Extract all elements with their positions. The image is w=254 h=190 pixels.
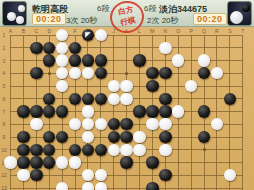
- stone-black[interactable]: [159, 169, 171, 181]
- stone-white[interactable]: [95, 182, 107, 190]
- stone-white[interactable]: [56, 67, 68, 79]
- stone-black[interactable]: [30, 42, 42, 54]
- stone-white[interactable]: [172, 105, 184, 117]
- stone-white[interactable]: [82, 105, 94, 117]
- stone-black[interactable]: [30, 144, 42, 156]
- black-player-timer: 00:20: [32, 13, 66, 25]
- stone-white[interactable]: [4, 156, 16, 168]
- stone-white[interactable]: [82, 131, 94, 143]
- avatar-stone-graphic: [18, 5, 25, 12]
- stone-black[interactable]: [17, 156, 29, 168]
- column-coordinate-label: Q: [199, 28, 209, 34]
- stone-white[interactable]: [95, 29, 107, 41]
- row-coordinate-label: 5: [0, 83, 8, 89]
- last-move-marker: [85, 32, 91, 38]
- stone-black[interactable]: [146, 156, 158, 168]
- row-coordinate-label: 1: [0, 32, 8, 38]
- stone-black[interactable]: [17, 105, 29, 117]
- avatar-stone-graphic: [230, 11, 243, 24]
- white-player-timer: 00:20: [193, 13, 227, 25]
- stone-black[interactable]: [43, 144, 55, 156]
- row-coordinate-label: 4: [0, 70, 8, 76]
- stone-white[interactable]: [198, 54, 210, 66]
- star-point: [203, 148, 206, 151]
- stone-black[interactable]: [146, 182, 158, 190]
- row-coordinate-label: 10: [0, 147, 8, 153]
- row-coordinate-label: 7: [0, 109, 8, 115]
- row-coordinate-label: 9: [0, 134, 8, 140]
- stone-white[interactable]: [95, 118, 107, 130]
- stone-black[interactable]: [146, 80, 158, 92]
- row-coordinate-label: 12: [0, 172, 8, 178]
- stone-white[interactable]: [17, 169, 29, 181]
- stone-white[interactable]: [56, 80, 68, 92]
- column-coordinate-label: O: [173, 28, 183, 34]
- grid-line-vertical: [229, 35, 230, 190]
- white-player-avatar[interactable]: [227, 1, 252, 26]
- stone-white[interactable]: [82, 182, 94, 190]
- grid-line-vertical: [113, 35, 114, 190]
- row-coordinate-label: 3: [0, 58, 8, 64]
- stone-white[interactable]: [159, 118, 171, 130]
- grid-line-vertical: [216, 35, 217, 190]
- stone-black[interactable]: [133, 54, 145, 66]
- column-coordinate-label: P: [186, 28, 196, 34]
- stone-black[interactable]: [43, 131, 55, 143]
- stone-black[interactable]: [56, 131, 68, 143]
- stone-black[interactable]: [30, 156, 42, 168]
- star-point: [125, 72, 128, 75]
- stone-black[interactable]: [159, 105, 171, 117]
- column-coordinate-label: M: [147, 28, 157, 34]
- stone-white[interactable]: [159, 42, 171, 54]
- avatar-stone-graphic: [7, 12, 16, 21]
- column-coordinate-label: N: [160, 28, 170, 34]
- grid-line-horizontal: [10, 175, 243, 176]
- stone-white[interactable]: [82, 67, 94, 79]
- column-coordinate-label: F: [70, 28, 80, 34]
- grid-line-horizontal: [10, 35, 243, 36]
- stone-black[interactable]: [69, 42, 81, 54]
- stone-white[interactable]: [224, 169, 236, 181]
- stone-black[interactable]: [43, 105, 55, 117]
- stone-black[interactable]: [120, 118, 132, 130]
- stone-black[interactable]: [30, 67, 42, 79]
- stone-black[interactable]: [17, 131, 29, 143]
- stone-black[interactable]: [69, 54, 81, 66]
- stone-black[interactable]: [95, 54, 107, 66]
- stone-black[interactable]: [159, 93, 171, 105]
- stone-black[interactable]: [69, 144, 81, 156]
- grid-line-vertical: [191, 35, 192, 190]
- column-coordinate-label: C: [31, 28, 41, 34]
- stone-black[interactable]: [43, 54, 55, 66]
- stone-white[interactable]: [95, 169, 107, 181]
- go-app-screen: 乾明高段 6段 00:20 3次 20秒 6段 淡泊344675 2次 20秒 …: [0, 0, 254, 190]
- stone-black[interactable]: [56, 105, 68, 117]
- stone-black[interactable]: [146, 105, 158, 117]
- stone-white[interactable]: [133, 144, 145, 156]
- stone-black[interactable]: [120, 156, 132, 168]
- stone-black[interactable]: [82, 144, 94, 156]
- stone-black[interactable]: [108, 131, 120, 143]
- stone-black[interactable]: [30, 105, 42, 117]
- column-coordinate-label: T: [238, 28, 248, 34]
- column-coordinate-label: B: [18, 28, 28, 34]
- stone-black[interactable]: [198, 105, 210, 117]
- white-player-rank: 6段: [144, 3, 156, 14]
- column-coordinate-label: R: [212, 28, 222, 34]
- row-coordinate-label: 2: [0, 45, 8, 51]
- stone-black[interactable]: [198, 67, 210, 79]
- stone-white[interactable]: [56, 54, 68, 66]
- stone-black[interactable]: [17, 144, 29, 156]
- star-point: [48, 72, 51, 75]
- stone-white[interactable]: [69, 156, 81, 168]
- goban[interactable]: ABCDEFGHJKLMNOPQRST12345678910111213: [0, 27, 254, 190]
- stone-black[interactable]: [95, 144, 107, 156]
- stone-white[interactable]: [69, 118, 81, 130]
- stone-black[interactable]: [43, 156, 55, 168]
- stone-white[interactable]: [211, 67, 223, 79]
- stone-black[interactable]: [108, 118, 120, 130]
- stone-black[interactable]: [82, 29, 94, 41]
- stone-black[interactable]: [146, 67, 158, 79]
- stone-white[interactable]: [211, 118, 223, 130]
- stone-white[interactable]: [159, 144, 171, 156]
- stone-black[interactable]: [43, 93, 55, 105]
- stone-white[interactable]: [30, 118, 42, 130]
- stone-white[interactable]: [69, 67, 81, 79]
- stone-white[interactable]: [108, 144, 120, 156]
- stone-black[interactable]: [82, 54, 94, 66]
- stone-black[interactable]: [30, 169, 42, 181]
- stone-white[interactable]: [120, 93, 132, 105]
- black-player-byoyomi: 3次 20秒: [66, 15, 98, 26]
- stone-black[interactable]: [133, 105, 145, 117]
- stone-white[interactable]: [108, 93, 120, 105]
- stone-black[interactable]: [69, 93, 81, 105]
- stone-black[interactable]: [224, 93, 236, 105]
- black-player-rank: 6段: [97, 3, 109, 14]
- stone-white[interactable]: [108, 80, 120, 92]
- stone-white[interactable]: [133, 131, 145, 143]
- stone-white[interactable]: [185, 80, 197, 92]
- row-coordinate-label: 6: [0, 96, 8, 102]
- stone-white[interactable]: [56, 29, 68, 41]
- avatar-stone-graphic: [242, 4, 250, 12]
- stone-black[interactable]: [95, 67, 107, 79]
- stone-white[interactable]: [120, 80, 132, 92]
- stone-black[interactable]: [159, 67, 171, 79]
- stone-black[interactable]: [82, 93, 94, 105]
- stone-white[interactable]: [82, 169, 94, 181]
- white-player-byoyomi: 2次 20秒: [147, 15, 179, 26]
- column-coordinate-label: S: [225, 28, 235, 34]
- grid-line-horizontal: [10, 188, 243, 189]
- stone-white[interactable]: [56, 42, 68, 54]
- row-coordinate-label: 8: [0, 121, 8, 127]
- stone-white[interactable]: [56, 182, 68, 190]
- stone-black[interactable]: [120, 131, 132, 143]
- stone-white[interactable]: [172, 54, 184, 66]
- row-coordinate-label: 13: [0, 185, 8, 190]
- stone-black[interactable]: [198, 131, 210, 143]
- stone-white[interactable]: [120, 144, 132, 156]
- stone-white[interactable]: [56, 156, 68, 168]
- column-coordinate-label: D: [44, 28, 54, 34]
- grid-line-vertical: [242, 35, 243, 190]
- black-player-avatar[interactable]: [2, 1, 27, 26]
- stone-black[interactable]: [159, 131, 171, 143]
- stone-black[interactable]: [95, 93, 107, 105]
- avatar-stone-graphic: [16, 16, 24, 24]
- stone-black[interactable]: [43, 42, 55, 54]
- stone-white[interactable]: [146, 118, 158, 130]
- stone-white[interactable]: [82, 118, 94, 130]
